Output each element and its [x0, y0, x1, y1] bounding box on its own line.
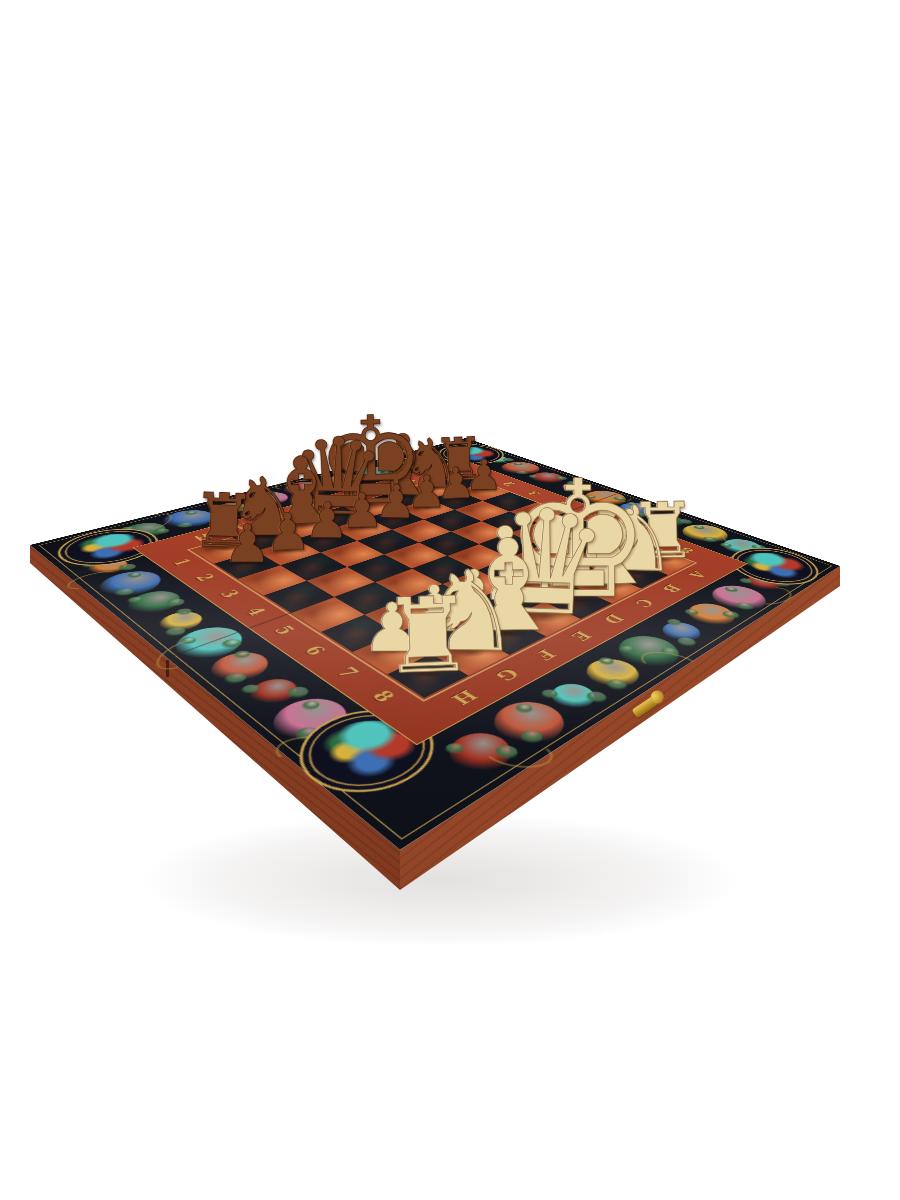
piece-dark-pawn-g2[interactable]: ♟: [265, 506, 313, 559]
piece-light-rook-h8[interactable]: ♜: [380, 582, 476, 688]
product-photo-chess-set: 1122334455667788AABBCCDDEEFFGGHH ♜♞♟♝♟♚♟…: [0, 0, 900, 1200]
piece-dark-pawn-h2[interactable]: ♟: [224, 517, 272, 570]
